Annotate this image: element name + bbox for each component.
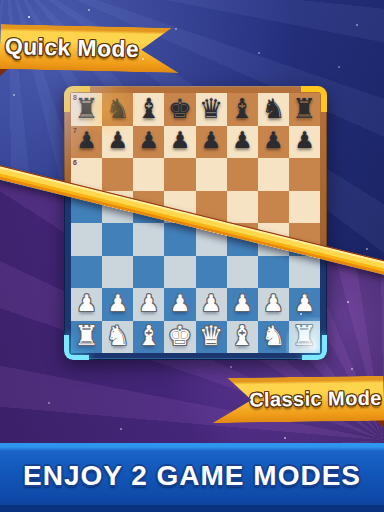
board-square[interactable]: ♝	[227, 321, 258, 354]
board-square[interactable]: ♝	[133, 93, 164, 126]
chess-piece-wp[interactable]: ♟	[232, 292, 253, 315]
chess-piece-bq[interactable]: ♛	[199, 95, 223, 122]
board-square[interactable]: ♟	[289, 288, 320, 321]
chess-piece-bb[interactable]: ♝	[230, 95, 254, 122]
board-square[interactable]	[227, 158, 258, 191]
chess-piece-bp[interactable]: ♟	[76, 129, 97, 152]
chess-piece-wb[interactable]: ♝	[137, 322, 161, 349]
chess-piece-wk[interactable]: ♚	[168, 322, 192, 349]
board-square[interactable]: ♞	[258, 93, 289, 126]
board-square[interactable]	[133, 158, 164, 191]
board-square[interactable]	[133, 256, 164, 289]
chess-piece-bp[interactable]: ♟	[263, 129, 284, 152]
board-square[interactable]: ♟	[196, 288, 227, 321]
chess-piece-bp[interactable]: ♟	[232, 129, 253, 152]
chess-piece-wp[interactable]: ♟	[170, 292, 191, 315]
chess-piece-wp[interactable]: ♟	[139, 292, 160, 315]
board-square[interactable]	[133, 223, 164, 256]
classic-mode-label: Classic Mode	[249, 387, 382, 412]
chess-piece-bn[interactable]: ♞	[261, 95, 285, 122]
chess-piece-bp[interactable]: ♟	[107, 129, 128, 152]
chess-piece-bb[interactable]: ♝	[137, 95, 161, 122]
board-square[interactable]	[196, 256, 227, 289]
board-square[interactable]	[71, 256, 102, 289]
board-square[interactable]	[289, 256, 320, 289]
board-square[interactable]: ♟	[227, 288, 258, 321]
board-square[interactable]	[102, 223, 133, 256]
quick-mode-label: Quick Mode	[5, 33, 140, 63]
board-square[interactable]: ♟	[133, 288, 164, 321]
board-square[interactable]: ♟	[102, 126, 133, 159]
board-square[interactable]	[227, 256, 258, 289]
board-square[interactable]: ♞	[102, 321, 133, 354]
board-square[interactable]	[258, 158, 289, 191]
board-square[interactable]: ♟	[102, 288, 133, 321]
board-square[interactable]	[227, 191, 258, 224]
board-square[interactable]	[289, 158, 320, 191]
chess-piece-bp[interactable]: ♟	[294, 129, 315, 152]
chess-piece-wn[interactable]: ♞	[106, 322, 130, 349]
chess-piece-bp[interactable]: ♟	[201, 129, 222, 152]
app-screen: 8♜♞♝♚♛♝♞♜7♟♟♟♟♟♟♟♟6♟♟♟♟♟♟♟♟♜♞♝♚♛♝♞♜ ♜♞♝♚…	[0, 0, 384, 512]
chess-piece-bk[interactable]: ♚	[168, 95, 192, 122]
board-square[interactable]: ♟	[133, 126, 164, 159]
board-square[interactable]	[164, 256, 195, 289]
chess-piece-wp[interactable]: ♟	[201, 292, 222, 315]
board-square[interactable]: ♟	[71, 288, 102, 321]
board-square[interactable]	[258, 256, 289, 289]
board-square[interactable]: ♞	[102, 93, 133, 126]
cyan-corner-bracket-icon	[64, 335, 89, 360]
board-square[interactable]	[196, 158, 227, 191]
chess-piece-wq[interactable]: ♛	[199, 322, 223, 349]
board-square[interactable]	[258, 191, 289, 224]
board-square[interactable]	[164, 223, 195, 256]
board-square[interactable]: ♝	[227, 93, 258, 126]
chess-piece-bp[interactable]: ♟	[139, 129, 160, 152]
board-square[interactable]: ♟	[258, 288, 289, 321]
gold-corner-bracket-icon	[64, 86, 90, 112]
board-square[interactable]	[71, 223, 102, 256]
board-square[interactable]: ♞	[258, 321, 289, 354]
chess-piece-wp[interactable]: ♟	[294, 292, 315, 315]
chess-piece-wp[interactable]: ♟	[263, 292, 284, 315]
board-square[interactable]: 7♟	[71, 126, 102, 159]
board-square[interactable]	[102, 158, 133, 191]
rank-label: 6	[73, 159, 77, 166]
board-square[interactable]: ♟	[164, 288, 195, 321]
board-square[interactable]: ♟	[289, 126, 320, 159]
board-square[interactable]: ♟	[258, 126, 289, 159]
board-square[interactable]	[289, 191, 320, 224]
board-square[interactable]: ♛	[196, 93, 227, 126]
board-square[interactable]: ♝	[133, 321, 164, 354]
board-square[interactable]: ♟	[227, 126, 258, 159]
gold-corner-bracket-icon	[301, 86, 327, 112]
chess-piece-wp[interactable]: ♟	[107, 292, 128, 315]
board-square[interactable]	[164, 158, 195, 191]
chess-piece-wp[interactable]: ♟	[76, 292, 97, 315]
board-square[interactable]: ♚	[164, 93, 195, 126]
board-square[interactable]: ♛	[196, 321, 227, 354]
footer-banner: ENJOY 2 GAME MODES	[0, 443, 384, 512]
cyan-corner-bracket-icon	[302, 335, 327, 360]
board-square[interactable]: ♟	[196, 126, 227, 159]
board-square[interactable]	[102, 256, 133, 289]
chess-piece-bn[interactable]: ♞	[106, 95, 130, 122]
chess-piece-bp[interactable]: ♟	[170, 129, 191, 152]
chess-piece-wn[interactable]: ♞	[261, 322, 285, 349]
board-square[interactable]: ♚	[164, 321, 195, 354]
board-square[interactable]: ♟	[164, 126, 195, 159]
footer-headline: ENJOY 2 GAME MODES	[23, 460, 361, 496]
chess-piece-wb[interactable]: ♝	[230, 322, 254, 349]
